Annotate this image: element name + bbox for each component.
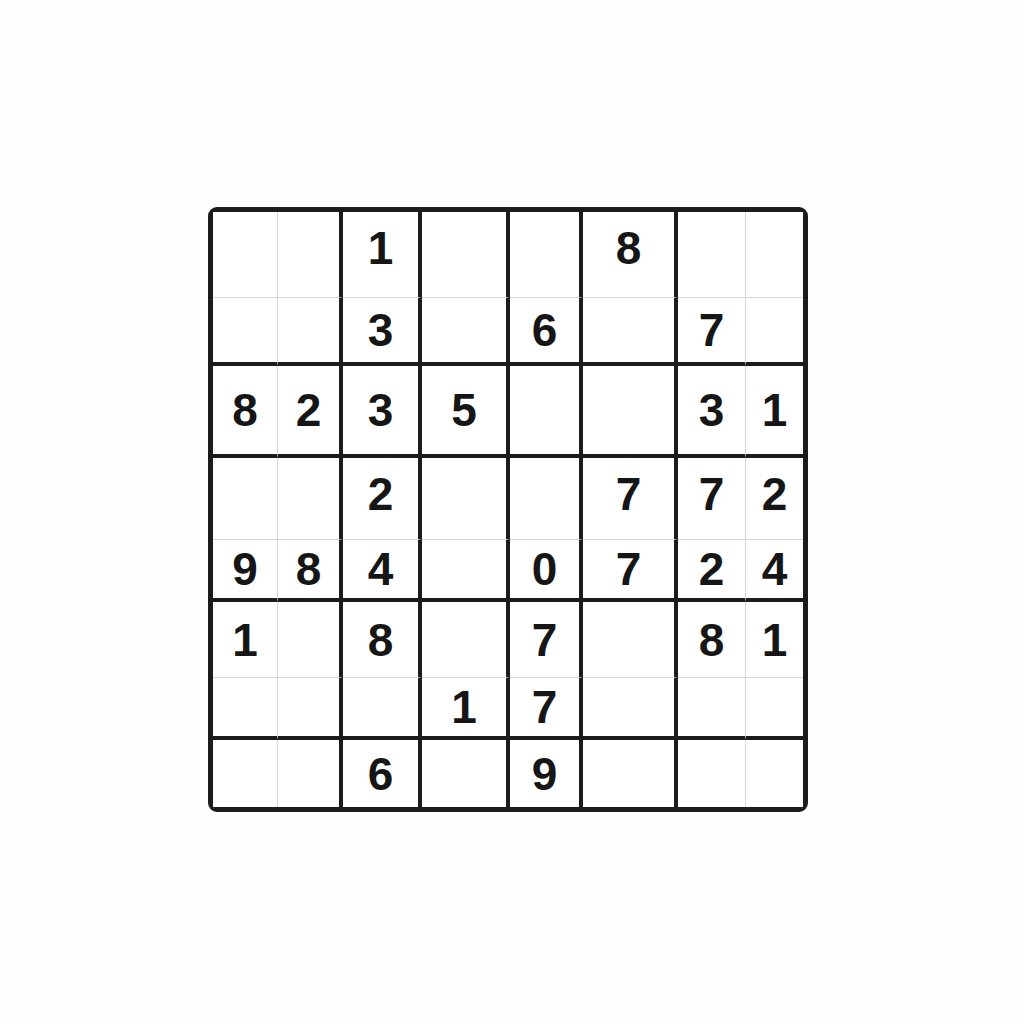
cell-r7c8[interactable] [746, 678, 803, 740]
given-digit: 8 [296, 546, 322, 592]
given-digit: 3 [368, 307, 394, 353]
cell-r2c5[interactable]: 6 [510, 298, 583, 366]
given-digit: 1 [451, 684, 477, 730]
cell-r1c4[interactable] [422, 212, 510, 298]
cell-r5c4[interactable] [422, 540, 510, 602]
cell-r6c5[interactable]: 7 [510, 602, 583, 678]
given-digit: 9 [232, 546, 258, 592]
cell-r8c8[interactable] [746, 740, 803, 807]
cell-r4c6[interactable]: 7 [583, 458, 678, 540]
cell-r1c2[interactable] [278, 212, 343, 298]
cell-r8c5[interactable]: 9 [510, 740, 583, 807]
given-digit: 2 [296, 387, 322, 433]
cell-r5c1[interactable]: 9 [213, 540, 278, 602]
cell-r2c2[interactable] [278, 298, 343, 366]
cell-r4c7[interactable]: 7 [678, 458, 746, 540]
cell-r6c2[interactable] [278, 602, 343, 678]
cell-r2c3[interactable]: 3 [343, 298, 422, 366]
cell-r1c5[interactable] [510, 212, 583, 298]
cell-r3c6[interactable] [583, 366, 678, 458]
cell-r6c7[interactable]: 8 [678, 602, 746, 678]
cell-r2c6[interactable] [583, 298, 678, 366]
given-digit: 9 [532, 751, 558, 797]
cell-r2c1[interactable] [213, 298, 278, 366]
cell-r1c6[interactable]: 8 [583, 212, 678, 298]
cell-r5c7[interactable]: 2 [678, 540, 746, 602]
cell-r1c1[interactable] [213, 212, 278, 298]
cell-r3c1[interactable]: 8 [213, 366, 278, 458]
cell-r8c3[interactable]: 6 [343, 740, 422, 807]
cell-r3c8[interactable]: 1 [746, 366, 803, 458]
given-digit: 8 [232, 387, 258, 433]
cell-r4c8[interactable]: 2 [746, 458, 803, 540]
cell-r3c3[interactable]: 3 [343, 366, 422, 458]
given-digit: 6 [532, 307, 558, 353]
cell-r7c6[interactable] [583, 678, 678, 740]
cell-r1c7[interactable] [678, 212, 746, 298]
given-digit: 7 [699, 471, 725, 527]
given-digit: 1 [762, 617, 788, 663]
cell-r5c2[interactable]: 8 [278, 540, 343, 602]
given-digit: 4 [368, 546, 394, 592]
given-digit: 7 [616, 471, 642, 527]
given-digit: 7 [616, 546, 642, 592]
cell-r7c2[interactable] [278, 678, 343, 740]
cell-r6c8[interactable]: 1 [746, 602, 803, 678]
cell-r6c4[interactable] [422, 602, 510, 678]
cell-r7c4[interactable]: 1 [422, 678, 510, 740]
given-digit: 8 [699, 617, 725, 663]
cell-r7c1[interactable] [213, 678, 278, 740]
given-digit: 1 [232, 617, 258, 663]
cell-r7c3[interactable] [343, 678, 422, 740]
cell-r5c8[interactable]: 4 [746, 540, 803, 602]
cell-r7c5[interactable]: 7 [510, 678, 583, 740]
given-digit: 8 [616, 225, 642, 285]
cell-r8c7[interactable] [678, 740, 746, 807]
page-background: 1836782353127729840724187811769 [0, 0, 1024, 1024]
cell-r6c6[interactable] [583, 602, 678, 678]
given-digit: 2 [699, 546, 725, 592]
cell-r3c7[interactable]: 3 [678, 366, 746, 458]
cell-r5c6[interactable]: 7 [583, 540, 678, 602]
given-digit: 0 [532, 546, 558, 592]
given-digit: 1 [368, 225, 394, 285]
given-digit: 6 [368, 751, 394, 797]
given-digit: 7 [699, 307, 725, 353]
cell-r1c3[interactable]: 1 [343, 212, 422, 298]
cell-r4c3[interactable]: 2 [343, 458, 422, 540]
cell-r3c5[interactable] [510, 366, 583, 458]
sudoku-board: 1836782353127729840724187811769 [208, 207, 808, 812]
cell-r4c4[interactable] [422, 458, 510, 540]
given-digit: 2 [762, 471, 788, 527]
cell-r8c2[interactable] [278, 740, 343, 807]
cell-r4c1[interactable] [213, 458, 278, 540]
given-digit: 8 [368, 617, 394, 663]
cell-r3c2[interactable]: 2 [278, 366, 343, 458]
given-digit: 3 [699, 387, 725, 433]
given-digit: 3 [368, 387, 394, 433]
cell-r4c2[interactable] [278, 458, 343, 540]
given-digit: 2 [368, 471, 394, 527]
cell-r8c6[interactable] [583, 740, 678, 807]
given-digit: 4 [762, 546, 788, 592]
cell-r8c1[interactable] [213, 740, 278, 807]
cell-r6c3[interactable]: 8 [343, 602, 422, 678]
cell-r2c4[interactable] [422, 298, 510, 366]
cell-r2c8[interactable] [746, 298, 803, 366]
given-digit: 5 [451, 387, 477, 433]
cell-r4c5[interactable] [510, 458, 583, 540]
cell-r8c4[interactable] [422, 740, 510, 807]
cell-r3c4[interactable]: 5 [422, 366, 510, 458]
cell-r2c7[interactable]: 7 [678, 298, 746, 366]
cell-r5c3[interactable]: 4 [343, 540, 422, 602]
cell-r7c7[interactable] [678, 678, 746, 740]
cell-r6c1[interactable]: 1 [213, 602, 278, 678]
given-digit: 7 [532, 684, 558, 730]
given-digit: 7 [532, 617, 558, 663]
cell-r5c5[interactable]: 0 [510, 540, 583, 602]
given-digit: 1 [762, 387, 788, 433]
cell-r1c8[interactable] [746, 212, 803, 298]
